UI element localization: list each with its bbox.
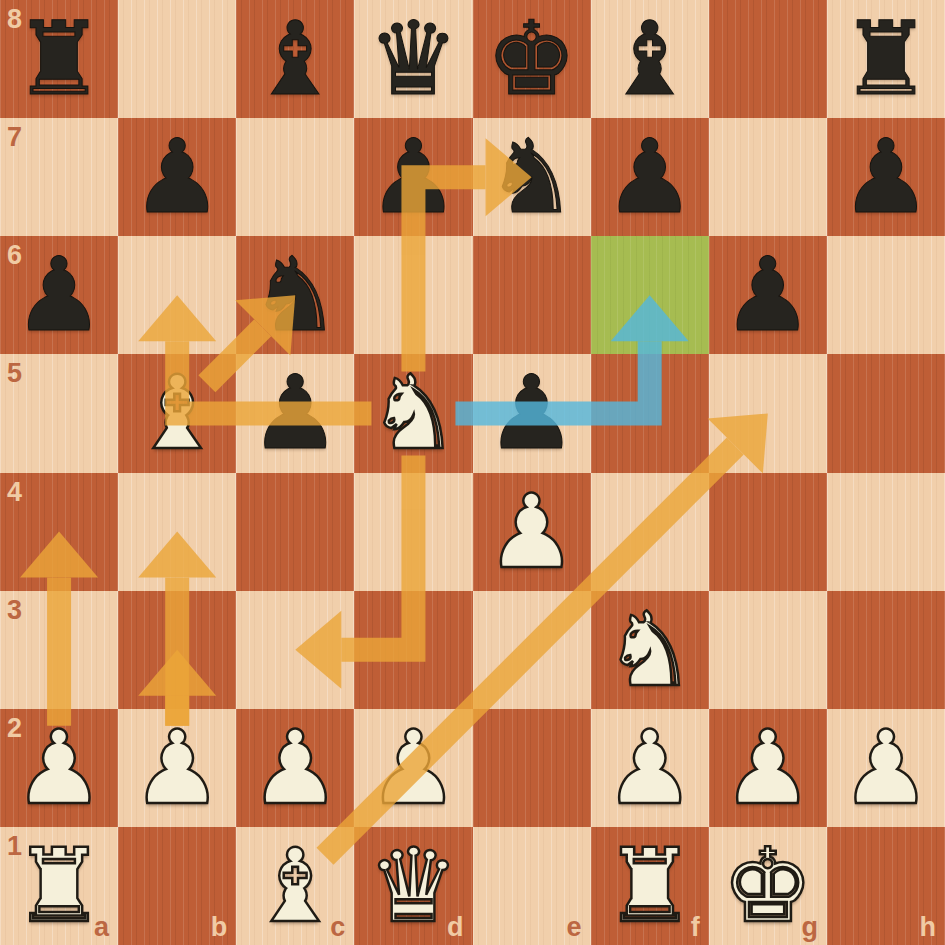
- square-g3[interactable]: [709, 591, 827, 709]
- piece-wp-c2[interactable]: ♟: [236, 709, 354, 827]
- piece-wr-a1[interactable]: ♜: [0, 827, 118, 945]
- square-b7[interactable]: ♟: [118, 118, 236, 236]
- file-label-b: b: [211, 914, 228, 941]
- square-b5[interactable]: ♝: [118, 354, 236, 472]
- piece-bk-e8[interactable]: ♚: [473, 0, 591, 118]
- square-d3[interactable]: [354, 591, 472, 709]
- square-g8[interactable]: [709, 0, 827, 118]
- rank-label-3: 3: [7, 597, 22, 624]
- square-h5[interactable]: [827, 354, 945, 472]
- piece-bq-d8[interactable]: ♛: [354, 0, 472, 118]
- square-g2[interactable]: ♟: [709, 709, 827, 827]
- square-e4[interactable]: ♟: [473, 473, 591, 591]
- square-d5[interactable]: ♞: [354, 354, 472, 472]
- piece-bp-e5[interactable]: ♟: [473, 354, 591, 472]
- square-c8[interactable]: ♝: [236, 0, 354, 118]
- square-d8[interactable]: ♛: [354, 0, 472, 118]
- piece-bn-e7[interactable]: ♞: [473, 118, 591, 236]
- square-e7[interactable]: ♞: [473, 118, 591, 236]
- square-h8[interactable]: ♜: [827, 0, 945, 118]
- square-e6[interactable]: [473, 236, 591, 354]
- rank-label-4: 4: [7, 479, 22, 506]
- square-a3[interactable]: 3: [0, 591, 118, 709]
- square-c5[interactable]: ♟: [236, 354, 354, 472]
- square-c4[interactable]: [236, 473, 354, 591]
- chess-board: 8♜♝♛♚♝♜7♟♟♞♟♟6♟♞♟5♝♟♞♟4♟3♞2♟♟♟♟♟♟♟1a♜bc♝…: [0, 0, 945, 945]
- square-b6[interactable]: [118, 236, 236, 354]
- piece-bp-c5[interactable]: ♟: [236, 354, 354, 472]
- square-f7[interactable]: ♟: [591, 118, 709, 236]
- square-f5[interactable]: [591, 354, 709, 472]
- square-b1[interactable]: b: [118, 827, 236, 945]
- square-c7[interactable]: [236, 118, 354, 236]
- square-a2[interactable]: 2♟: [0, 709, 118, 827]
- piece-wp-h2[interactable]: ♟: [827, 709, 945, 827]
- square-h7[interactable]: ♟: [827, 118, 945, 236]
- square-h1[interactable]: h: [827, 827, 945, 945]
- square-f4[interactable]: [591, 473, 709, 591]
- square-a1[interactable]: 1a♜: [0, 827, 118, 945]
- square-f2[interactable]: ♟: [591, 709, 709, 827]
- rank-label-7: 7: [7, 124, 22, 151]
- square-g4[interactable]: [709, 473, 827, 591]
- square-a4[interactable]: 4: [0, 473, 118, 591]
- piece-wn-d5[interactable]: ♞: [354, 354, 472, 472]
- piece-br-a8[interactable]: ♜: [0, 0, 118, 118]
- piece-bb-c8[interactable]: ♝: [236, 0, 354, 118]
- piece-bp-d7[interactable]: ♟: [354, 118, 472, 236]
- square-e1[interactable]: e: [473, 827, 591, 945]
- piece-wp-a2[interactable]: ♟: [0, 709, 118, 827]
- square-f8[interactable]: ♝: [591, 0, 709, 118]
- square-a8[interactable]: 8♜: [0, 0, 118, 118]
- piece-wp-g2[interactable]: ♟: [709, 709, 827, 827]
- piece-bp-f7[interactable]: ♟: [591, 118, 709, 236]
- piece-bb-f8[interactable]: ♝: [591, 0, 709, 118]
- piece-wn-f3[interactable]: ♞: [591, 591, 709, 709]
- piece-wk-g1[interactable]: ♚: [709, 827, 827, 945]
- square-f1[interactable]: f♜: [591, 827, 709, 945]
- square-d6[interactable]: [354, 236, 472, 354]
- square-h6[interactable]: [827, 236, 945, 354]
- square-e5[interactable]: ♟: [473, 354, 591, 472]
- square-d4[interactable]: [354, 473, 472, 591]
- piece-wp-f2[interactable]: ♟: [591, 709, 709, 827]
- square-c6[interactable]: ♞: [236, 236, 354, 354]
- square-d1[interactable]: d♛: [354, 827, 472, 945]
- piece-bp-a6[interactable]: ♟: [0, 236, 118, 354]
- square-b2[interactable]: ♟: [118, 709, 236, 827]
- square-g6[interactable]: ♟: [709, 236, 827, 354]
- square-e2[interactable]: [473, 709, 591, 827]
- square-e3[interactable]: [473, 591, 591, 709]
- piece-wb-c1[interactable]: ♝: [236, 827, 354, 945]
- piece-bp-g6[interactable]: ♟: [709, 236, 827, 354]
- square-c1[interactable]: c♝: [236, 827, 354, 945]
- chess-app: 8♜♝♛♚♝♜7♟♟♞♟♟6♟♞♟5♝♟♞♟4♟3♞2♟♟♟♟♟♟♟1a♜bc♝…: [0, 0, 945, 945]
- piece-bp-h7[interactable]: ♟: [827, 118, 945, 236]
- square-d2[interactable]: ♟: [354, 709, 472, 827]
- file-label-e: e: [567, 914, 582, 941]
- piece-bp-b7[interactable]: ♟: [118, 118, 236, 236]
- piece-wq-d1[interactable]: ♛: [354, 827, 472, 945]
- rank-label-5: 5: [7, 360, 22, 387]
- square-c3[interactable]: [236, 591, 354, 709]
- square-g7[interactable]: [709, 118, 827, 236]
- piece-wr-f1[interactable]: ♜: [591, 827, 709, 945]
- square-b3[interactable]: [118, 591, 236, 709]
- square-h2[interactable]: ♟: [827, 709, 945, 827]
- piece-wp-b2[interactable]: ♟: [118, 709, 236, 827]
- square-e8[interactable]: ♚: [473, 0, 591, 118]
- piece-wp-d2[interactable]: ♟: [354, 709, 472, 827]
- square-b4[interactable]: [118, 473, 236, 591]
- square-h3[interactable]: [827, 591, 945, 709]
- square-a5[interactable]: 5: [0, 354, 118, 472]
- square-b8[interactable]: [118, 0, 236, 118]
- piece-wp-e4[interactable]: ♟: [473, 473, 591, 591]
- piece-br-h8[interactable]: ♜: [827, 0, 945, 118]
- square-d7[interactable]: ♟: [354, 118, 472, 236]
- square-a7[interactable]: 7: [0, 118, 118, 236]
- square-a6[interactable]: 6♟: [0, 236, 118, 354]
- square-g5[interactable]: [709, 354, 827, 472]
- square-h4[interactable]: [827, 473, 945, 591]
- square-g1[interactable]: g♚: [709, 827, 827, 945]
- square-f3[interactable]: ♞: [591, 591, 709, 709]
- file-label-h: h: [920, 914, 937, 941]
- square-c2[interactable]: ♟: [236, 709, 354, 827]
- square-f6[interactable]: [591, 236, 709, 354]
- piece-bn-c6[interactable]: ♞: [236, 236, 354, 354]
- piece-wb-b5[interactable]: ♝: [118, 354, 236, 472]
